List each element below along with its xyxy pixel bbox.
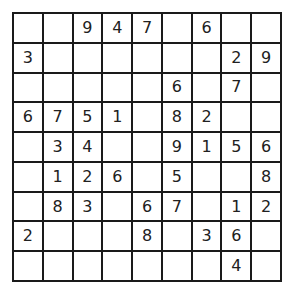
cell-r1c5[interactable]: 7	[133, 14, 161, 42]
cell-r5c2[interactable]: 3	[44, 133, 72, 161]
sudoku-board: 9476329676751823491561265883671228364	[12, 12, 282, 282]
cell-r4c5[interactable]	[133, 103, 161, 131]
cell-r6c4[interactable]: 6	[103, 163, 131, 191]
cell-r1c1[interactable]	[14, 14, 42, 42]
cell-r4c3[interactable]: 5	[74, 103, 102, 131]
cell-r8c6[interactable]	[163, 222, 191, 250]
cell-r3c3[interactable]	[74, 74, 102, 102]
cell-r8c3[interactable]	[74, 222, 102, 250]
cell-r6c7[interactable]	[193, 163, 221, 191]
cell-r6c6[interactable]: 5	[163, 163, 191, 191]
cell-r9c4[interactable]	[103, 252, 131, 280]
cell-r1c8[interactable]	[222, 14, 250, 42]
cell-r9c8[interactable]: 4	[222, 252, 250, 280]
cell-r3c8[interactable]: 7	[222, 74, 250, 102]
cell-r5c5[interactable]	[133, 133, 161, 161]
cell-r4c4[interactable]: 1	[103, 103, 131, 131]
cell-r2c4[interactable]	[103, 44, 131, 72]
cell-r2c1[interactable]: 3	[14, 44, 42, 72]
cell-r8c1[interactable]: 2	[14, 222, 42, 250]
cell-r4c1[interactable]: 6	[14, 103, 42, 131]
cell-r3c5[interactable]	[133, 74, 161, 102]
cell-r7c9[interactable]: 2	[252, 193, 280, 221]
cell-r9c3[interactable]	[74, 252, 102, 280]
cell-r6c8[interactable]	[222, 163, 250, 191]
cell-r6c9[interactable]: 8	[252, 163, 280, 191]
cell-r3c7[interactable]	[193, 74, 221, 102]
cell-r5c4[interactable]	[103, 133, 131, 161]
cell-r1c6[interactable]	[163, 14, 191, 42]
cell-r7c5[interactable]: 6	[133, 193, 161, 221]
cell-r7c3[interactable]: 3	[74, 193, 102, 221]
cell-r2c3[interactable]	[74, 44, 102, 72]
cell-r8c4[interactable]	[103, 222, 131, 250]
cell-r1c3[interactable]: 9	[74, 14, 102, 42]
cell-r2c9[interactable]: 9	[252, 44, 280, 72]
cell-r7c8[interactable]: 1	[222, 193, 250, 221]
cell-r6c2[interactable]: 1	[44, 163, 72, 191]
cell-r9c5[interactable]	[133, 252, 161, 280]
cell-r3c4[interactable]	[103, 74, 131, 102]
cell-r8c5[interactable]: 8	[133, 222, 161, 250]
cell-r4c8[interactable]	[222, 103, 250, 131]
cell-r5c6[interactable]: 9	[163, 133, 191, 161]
cell-r9c2[interactable]	[44, 252, 72, 280]
cell-r9c9[interactable]	[252, 252, 280, 280]
cell-r2c7[interactable]	[193, 44, 221, 72]
cell-r4c2[interactable]: 7	[44, 103, 72, 131]
cell-r1c7[interactable]: 6	[193, 14, 221, 42]
cell-r3c9[interactable]	[252, 74, 280, 102]
cell-r8c7[interactable]: 3	[193, 222, 221, 250]
cell-r1c4[interactable]: 4	[103, 14, 131, 42]
cell-r5c3[interactable]: 4	[74, 133, 102, 161]
cell-r6c5[interactable]	[133, 163, 161, 191]
cell-r5c8[interactable]: 5	[222, 133, 250, 161]
cell-r7c7[interactable]	[193, 193, 221, 221]
cell-r5c9[interactable]: 6	[252, 133, 280, 161]
cell-r3c2[interactable]	[44, 74, 72, 102]
cell-r7c6[interactable]: 7	[163, 193, 191, 221]
cell-r8c2[interactable]	[44, 222, 72, 250]
cell-r1c9[interactable]	[252, 14, 280, 42]
cell-r1c2[interactable]	[44, 14, 72, 42]
cell-r3c1[interactable]	[14, 74, 42, 102]
cell-r7c2[interactable]: 8	[44, 193, 72, 221]
cell-r4c7[interactable]: 2	[193, 103, 221, 131]
cell-r7c4[interactable]	[103, 193, 131, 221]
cell-r3c6[interactable]: 6	[163, 74, 191, 102]
cell-r8c8[interactable]: 6	[222, 222, 250, 250]
cell-r4c9[interactable]	[252, 103, 280, 131]
cell-r2c5[interactable]	[133, 44, 161, 72]
cell-r2c2[interactable]	[44, 44, 72, 72]
cell-r8c9[interactable]	[252, 222, 280, 250]
cell-r6c1[interactable]	[14, 163, 42, 191]
cell-r7c1[interactable]	[14, 193, 42, 221]
cell-r9c1[interactable]	[14, 252, 42, 280]
cell-r9c7[interactable]	[193, 252, 221, 280]
cell-r5c1[interactable]	[14, 133, 42, 161]
cell-r2c8[interactable]: 2	[222, 44, 250, 72]
cell-r5c7[interactable]: 1	[193, 133, 221, 161]
cell-r9c6[interactable]	[163, 252, 191, 280]
cell-r2c6[interactable]	[163, 44, 191, 72]
cell-r4c6[interactable]: 8	[163, 103, 191, 131]
cell-r6c3[interactable]: 2	[74, 163, 102, 191]
